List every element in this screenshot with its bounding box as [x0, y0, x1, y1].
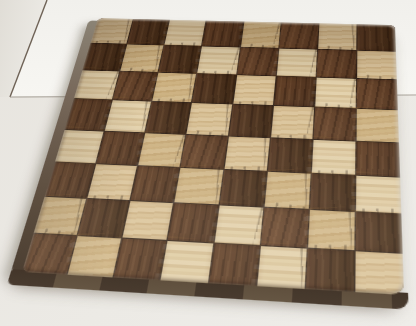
square-g3[interactable]	[310, 173, 355, 210]
square-f1[interactable]	[257, 246, 307, 289]
square-e5[interactable]	[229, 105, 273, 137]
square-a4[interactable]	[55, 130, 104, 163]
square-g1[interactable]	[306, 249, 355, 293]
square-h3[interactable]	[356, 175, 401, 213]
square-a3[interactable]	[45, 162, 95, 198]
photo-scene	[0, 0, 416, 326]
square-g4[interactable]	[312, 139, 356, 174]
square-b1[interactable]	[68, 236, 122, 278]
square-f6[interactable]	[274, 77, 316, 107]
square-c2[interactable]	[123, 201, 174, 240]
square-h8[interactable]	[357, 24, 396, 51]
square-b2[interactable]	[78, 199, 130, 238]
square-h5[interactable]	[356, 109, 398, 142]
square-d1[interactable]	[161, 241, 213, 283]
square-d4[interactable]	[181, 134, 227, 168]
chess-board	[22, 18, 404, 295]
square-h2[interactable]	[356, 212, 403, 253]
square-e4[interactable]	[224, 136, 269, 170]
square-d6[interactable]	[192, 74, 235, 104]
square-f4[interactable]	[268, 138, 313, 173]
square-h1[interactable]	[355, 251, 404, 295]
